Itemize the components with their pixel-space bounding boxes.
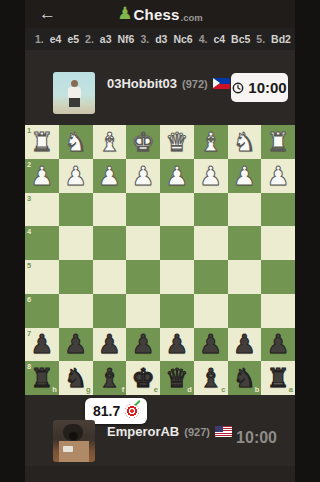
square-g8[interactable]: g♞ <box>59 361 93 395</box>
square-a3[interactable] <box>261 193 295 227</box>
square-c4[interactable] <box>194 226 228 260</box>
us-flag-icon <box>215 426 232 437</box>
white-pawn-piece[interactable]: ♟ <box>126 159 160 193</box>
white-pawn-piece[interactable]: ♟ <box>160 159 194 193</box>
move-list[interactable]: 1.e4e52.a3Nf63.d3Nc64.c4Bc55.Bd2 <box>25 28 295 50</box>
player-rating: (972) <box>182 78 208 90</box>
square-b8[interactable]: b♞ <box>228 361 262 395</box>
black-pawn-piece[interactable]: ♟ <box>228 328 262 362</box>
square-e3[interactable] <box>126 193 160 227</box>
black-pawn-piece[interactable]: ♟ <box>93 328 127 362</box>
player-name: EmperorAB <box>107 424 179 439</box>
square-h4[interactable]: 4 <box>25 226 59 260</box>
square-d7[interactable]: ♟ <box>160 328 194 362</box>
square-e7[interactable]: ♟ <box>126 328 160 362</box>
white-pawn-piece[interactable]: ♟ <box>25 159 59 193</box>
white-pawn-piece[interactable]: ♟ <box>228 159 262 193</box>
black-bishop-piece[interactable]: ♝ <box>194 361 228 395</box>
square-c3[interactable] <box>194 193 228 227</box>
square-f2[interactable]: ♟ <box>93 159 127 193</box>
bottom-strip <box>25 466 295 482</box>
square-c2[interactable]: ♟ <box>194 159 228 193</box>
logo-word: Chess <box>134 6 180 23</box>
white-queen-piece[interactable]: ♛ <box>160 125 194 159</box>
black-knight-piece[interactable]: ♞ <box>59 361 93 395</box>
top-bar: ← ♟ Chess .com <box>25 0 295 28</box>
move[interactable]: Bd2 <box>271 33 291 45</box>
white-pawn-piece[interactable]: ♟ <box>93 159 127 193</box>
move-number[interactable]: 4. <box>199 33 208 45</box>
black-rook-piece[interactable]: ♜ <box>261 361 295 395</box>
square-h8[interactable]: 8h♜ <box>25 361 59 395</box>
square-g1[interactable]: ♞ <box>59 125 93 159</box>
black-bishop-piece[interactable]: ♝ <box>93 361 127 395</box>
white-pawn-piece[interactable]: ♟ <box>261 159 295 193</box>
square-g7[interactable]: ♟ <box>59 328 93 362</box>
avatar[interactable] <box>53 72 95 114</box>
square-b6[interactable] <box>228 294 262 328</box>
square-h6[interactable]: 6 <box>25 294 59 328</box>
square-a4[interactable] <box>261 226 295 260</box>
square-c7[interactable]: ♟ <box>194 328 228 362</box>
avatar-figure <box>71 80 78 87</box>
move[interactable]: e5 <box>67 33 79 45</box>
square-g6[interactable] <box>59 294 93 328</box>
white-bishop-piece[interactable]: ♝ <box>194 125 228 159</box>
square-a1[interactable]: ♜ <box>261 125 295 159</box>
square-a8[interactable]: a♜ <box>261 361 295 395</box>
white-rook-piece[interactable]: ♜ <box>261 125 295 159</box>
square-e8[interactable]: e♚ <box>126 361 160 395</box>
white-rook-piece[interactable]: ♜ <box>25 125 59 159</box>
black-queen-piece[interactable]: ♛ <box>160 361 194 395</box>
chess-board[interactable]: 1♜♞♝♚♛♝♞♜2♟♟♟♟♟♟♟♟34567♟♟♟♟♟♟♟♟8h♜g♞f♝e♚… <box>25 125 295 395</box>
move-number[interactable]: 2. <box>85 33 94 45</box>
square-d5[interactable] <box>160 260 194 294</box>
square-b1[interactable]: ♞ <box>228 125 262 159</box>
square-b7[interactable]: ♟ <box>228 328 262 362</box>
rank-label: 5 <box>27 262 31 270</box>
black-pawn-piece[interactable]: ♟ <box>59 328 93 362</box>
square-h2[interactable]: 2♟ <box>25 159 59 193</box>
philippines-flag-icon <box>213 78 230 89</box>
black-knight-piece[interactable]: ♞ <box>228 361 262 395</box>
square-d6[interactable] <box>160 294 194 328</box>
move[interactable]: Nf6 <box>118 33 135 45</box>
white-knight-piece[interactable]: ♞ <box>228 125 262 159</box>
square-b4[interactable] <box>228 226 262 260</box>
player-name: 03Hobbit03 <box>107 76 177 91</box>
pawn-logo-icon: ♟ <box>117 5 132 22</box>
square-g2[interactable]: ♟ <box>59 159 93 193</box>
square-h1[interactable]: 1♜ <box>25 125 59 159</box>
clock-time: 10:00 <box>236 429 277 446</box>
square-a7[interactable]: ♟ <box>261 328 295 362</box>
square-e1[interactable]: ♚ <box>126 125 160 159</box>
move[interactable]: Bc5 <box>231 33 250 45</box>
rank-label: 6 <box>27 296 31 304</box>
player-row-top: 03Hobbit03 (972) 10:00 <box>25 50 295 125</box>
move[interactable]: a3 <box>100 33 112 45</box>
move-number[interactable]: 1. <box>35 33 44 45</box>
square-g5[interactable] <box>59 260 93 294</box>
move-number[interactable]: 3. <box>140 33 149 45</box>
square-f1[interactable]: ♝ <box>93 125 127 159</box>
square-c6[interactable] <box>194 294 228 328</box>
move[interactable]: c4 <box>213 33 225 45</box>
square-h7[interactable]: 7♟ <box>25 328 59 362</box>
square-g3[interactable] <box>59 193 93 227</box>
rank-label: 3 <box>27 195 31 203</box>
avatar[interactable] <box>53 420 95 462</box>
black-pawn-piece[interactable]: ♟ <box>126 328 160 362</box>
square-d3[interactable] <box>160 193 194 227</box>
move[interactable]: d3 <box>155 33 167 45</box>
square-c1[interactable]: ♝ <box>194 125 228 159</box>
white-knight-piece[interactable]: ♞ <box>59 125 93 159</box>
player-rating: (927) <box>184 426 210 438</box>
black-king-piece[interactable]: ♚ <box>126 361 160 395</box>
square-a6[interactable] <box>261 294 295 328</box>
move[interactable]: Nc6 <box>173 33 192 45</box>
square-e6[interactable] <box>126 294 160 328</box>
black-pawn-piece[interactable]: ♟ <box>25 328 59 362</box>
square-f8[interactable]: f♝ <box>93 361 127 395</box>
square-c5[interactable] <box>194 260 228 294</box>
square-b5[interactable] <box>228 260 262 294</box>
square-e2[interactable]: ♟ <box>126 159 160 193</box>
square-d2[interactable]: ♟ <box>160 159 194 193</box>
black-rook-piece[interactable]: ♜ <box>25 361 59 395</box>
square-a2[interactable]: ♟ <box>261 159 295 193</box>
app-screen: ← ♟ Chess .com 1.e4e52.a3Nf63.d3Nc64.c4B… <box>25 0 295 482</box>
player-info-bottom[interactable]: EmperorAB (927) <box>107 424 232 439</box>
black-pawn-piece[interactable]: ♟ <box>160 328 194 362</box>
square-h5[interactable]: 5 <box>25 260 59 294</box>
clock-top: 10:00 <box>231 73 288 102</box>
black-pawn-piece[interactable]: ♟ <box>261 328 295 362</box>
move[interactable]: e4 <box>50 33 62 45</box>
chesscom-logo: ♟ Chess .com <box>25 0 295 28</box>
square-d8[interactable]: d♛ <box>160 361 194 395</box>
white-king-piece[interactable]: ♚ <box>126 125 160 159</box>
square-b3[interactable] <box>228 193 262 227</box>
square-b2[interactable]: ♟ <box>228 159 262 193</box>
move-number[interactable]: 5. <box>256 33 265 45</box>
square-g4[interactable] <box>59 226 93 260</box>
rank-label: 4 <box>27 228 31 236</box>
square-h3[interactable]: 3 <box>25 193 59 227</box>
white-pawn-piece[interactable]: ♟ <box>59 159 93 193</box>
square-f4[interactable] <box>93 226 127 260</box>
square-f6[interactable] <box>93 294 127 328</box>
square-e4[interactable] <box>126 226 160 260</box>
clock-time: 10:00 <box>248 79 286 96</box>
square-f7[interactable]: ♟ <box>93 328 127 362</box>
square-c8[interactable]: c♝ <box>194 361 228 395</box>
square-e5[interactable] <box>126 260 160 294</box>
square-a5[interactable] <box>261 260 295 294</box>
square-d1[interactable]: ♛ <box>160 125 194 159</box>
black-pawn-piece[interactable]: ♟ <box>194 328 228 362</box>
square-f3[interactable] <box>93 193 127 227</box>
square-d4[interactable] <box>160 226 194 260</box>
white-pawn-piece[interactable]: ♟ <box>194 159 228 193</box>
player-info-top[interactable]: 03Hobbit03 (972) <box>107 76 230 91</box>
clock-bottom: 10:00 <box>236 429 277 447</box>
clock-icon <box>232 82 244 94</box>
logo-suffix: .com <box>181 12 203 23</box>
white-bishop-piece[interactable]: ♝ <box>93 125 127 159</box>
square-f5[interactable] <box>93 260 127 294</box>
